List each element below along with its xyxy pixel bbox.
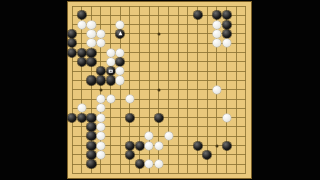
- stone-black: [193, 141, 202, 150]
- stone-white: [145, 132, 154, 141]
- stone-white: [116, 76, 125, 85]
- stone-white: [87, 20, 96, 29]
- stone-white: [125, 94, 134, 103]
- stone-white: [96, 104, 105, 113]
- last-move-triangle-marker: [118, 32, 122, 36]
- stone-white: [87, 39, 96, 48]
- star-point: [157, 32, 160, 35]
- stone-black: [106, 76, 115, 85]
- star-point: [157, 88, 160, 91]
- stone-black: [87, 113, 96, 122]
- board-grid-line: [72, 6, 246, 7]
- stone-white: [96, 94, 105, 103]
- stone-black: [96, 76, 105, 85]
- stone-white: [212, 85, 221, 94]
- go-board[interactable]: [67, 1, 252, 179]
- stone-black: [154, 113, 163, 122]
- stone-black: [193, 11, 202, 20]
- stone-white: [96, 113, 105, 122]
- stone-black: [87, 160, 96, 169]
- stone-white: [106, 57, 115, 66]
- stone-white: [154, 141, 163, 150]
- stone-white: [212, 29, 221, 38]
- stone-white: [222, 113, 231, 122]
- stone-black: [87, 132, 96, 141]
- stone-black: [125, 113, 134, 122]
- stone-black: [135, 141, 144, 150]
- stone-black: [87, 76, 96, 85]
- stone-black: [125, 141, 134, 150]
- board-grid-line: [72, 173, 246, 174]
- stone-white: [116, 67, 125, 76]
- stone-white: [96, 141, 105, 150]
- stone-white: [116, 20, 125, 29]
- stone-white: [87, 29, 96, 38]
- stone-black: [87, 122, 96, 131]
- stone-black: [77, 11, 86, 20]
- star-point: [215, 144, 218, 147]
- left-letterbox: [0, 0, 67, 180]
- stone-black: [212, 11, 221, 20]
- stone-black: [96, 67, 105, 76]
- stone-white: [116, 48, 125, 57]
- stone-white: [96, 39, 105, 48]
- star-point: [99, 88, 102, 91]
- stone-white: [164, 132, 173, 141]
- stone-black: [87, 48, 96, 57]
- stone-black: [67, 39, 76, 48]
- stone-black: [135, 160, 144, 169]
- stone-black: [77, 48, 86, 57]
- stone-black: [116, 57, 125, 66]
- go-app-screenshot: [0, 0, 320, 180]
- board-grid-line: [72, 61, 246, 62]
- stone-white: [212, 20, 221, 29]
- stone-black: [106, 67, 115, 76]
- stone-white: [222, 39, 231, 48]
- stone-white: [154, 160, 163, 169]
- stone-white: [212, 39, 221, 48]
- stone-black: [77, 57, 86, 66]
- stone-white: [96, 29, 105, 38]
- stone-black: [67, 48, 76, 57]
- stone-black: [77, 113, 86, 122]
- stone-white: [106, 48, 115, 57]
- stone-white: [96, 132, 105, 141]
- stone-black: [116, 29, 125, 38]
- stone-black: [222, 20, 231, 29]
- square-marker: [109, 69, 112, 72]
- stone-black: [222, 141, 231, 150]
- stone-white: [77, 104, 86, 113]
- stone-black: [222, 11, 231, 20]
- stone-white: [77, 20, 86, 29]
- stone-black: [67, 113, 76, 122]
- stone-black: [87, 150, 96, 159]
- right-letterbox: [252, 0, 320, 180]
- stone-black: [222, 29, 231, 38]
- stone-white: [145, 141, 154, 150]
- board-grid-line: [72, 52, 246, 53]
- stone-white: [96, 150, 105, 159]
- stone-white: [96, 122, 105, 131]
- stone-black: [203, 150, 212, 159]
- stone-white: [106, 94, 115, 103]
- stone-white: [145, 160, 154, 169]
- stone-black: [125, 150, 134, 159]
- stone-black: [87, 141, 96, 150]
- stone-black: [87, 57, 96, 66]
- stone-black: [67, 29, 76, 38]
